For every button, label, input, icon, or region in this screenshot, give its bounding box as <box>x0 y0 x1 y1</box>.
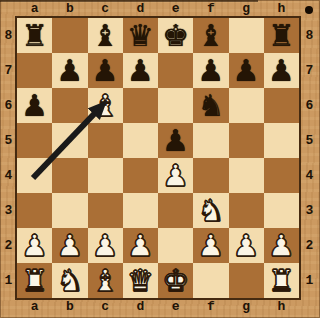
rank-label-8: 8 <box>0 18 17 53</box>
square-d3[interactable] <box>123 193 158 228</box>
square-b1[interactable]: ♞ <box>52 263 87 298</box>
file-label-d: d <box>123 299 158 315</box>
square-b6[interactable] <box>52 88 87 123</box>
square-g2[interactable]: ♟ <box>229 228 264 263</box>
white-pawn-d2[interactable]: ♟ <box>127 228 154 263</box>
square-g3[interactable] <box>229 193 264 228</box>
square-h2[interactable]: ♟ <box>264 228 299 263</box>
square-c6[interactable]: ♝ <box>88 88 123 123</box>
file-label-c: c <box>88 1 123 17</box>
white-queen-d1[interactable]: ♛ <box>127 263 154 298</box>
white-knight-b1[interactable]: ♞ <box>56 263 83 298</box>
white-pawn-c2[interactable]: ♟ <box>92 228 119 263</box>
white-pawn-h2[interactable]: ♟ <box>268 228 295 263</box>
black-pawn-f7[interactable]: ♟ <box>197 53 224 88</box>
black-pawn-e5[interactable]: ♟ <box>162 123 189 158</box>
white-rook-h1[interactable]: ♜ <box>268 263 295 298</box>
file-label-e: e <box>158 1 193 17</box>
black-bishop-f8[interactable]: ♝ <box>197 18 224 53</box>
rank-labels-left: 87654321 <box>0 18 17 298</box>
square-g7[interactable]: ♟ <box>229 53 264 88</box>
square-e1[interactable]: ♚ <box>158 263 193 298</box>
rank-label-4: 4 <box>301 158 318 193</box>
square-d7[interactable]: ♟ <box>123 53 158 88</box>
white-king-e1[interactable]: ♚ <box>162 263 189 298</box>
black-pawn-g7[interactable]: ♟ <box>233 53 260 88</box>
square-a2[interactable]: ♟ <box>17 228 52 263</box>
square-b2[interactable]: ♟ <box>52 228 87 263</box>
black-pawn-h7[interactable]: ♟ <box>268 53 295 88</box>
square-e8[interactable]: ♚ <box>158 18 193 53</box>
square-d2[interactable]: ♟ <box>123 228 158 263</box>
rank-label-6: 6 <box>0 88 17 123</box>
file-label-f: f <box>193 299 228 315</box>
file-label-a: a <box>17 299 52 315</box>
rank-label-2: 2 <box>0 228 17 263</box>
square-h4[interactable] <box>264 158 299 193</box>
square-b8[interactable] <box>52 18 87 53</box>
square-g8[interactable] <box>229 18 264 53</box>
square-d8[interactable]: ♛ <box>123 18 158 53</box>
square-f4[interactable] <box>193 158 228 193</box>
square-a1[interactable]: ♜ <box>17 263 52 298</box>
square-c8[interactable]: ♝ <box>88 18 123 53</box>
white-pawn-b2[interactable]: ♟ <box>56 228 83 263</box>
black-pawn-c7[interactable]: ♟ <box>92 53 119 88</box>
square-b5[interactable] <box>52 123 87 158</box>
square-c1[interactable]: ♝ <box>88 263 123 298</box>
square-b7[interactable]: ♟ <box>52 53 87 88</box>
white-rook-a1[interactable]: ♜ <box>21 263 48 298</box>
white-bishop-c6[interactable]: ♝ <box>92 88 119 123</box>
rank-label-8: 8 <box>301 18 318 53</box>
white-bishop-c1[interactable]: ♝ <box>92 263 119 298</box>
square-f1[interactable] <box>193 263 228 298</box>
square-e4[interactable]: ♟ <box>158 158 193 193</box>
black-rook-h8[interactable]: ♜ <box>268 18 295 53</box>
file-label-c: c <box>88 299 123 315</box>
rank-label-7: 7 <box>0 53 17 88</box>
square-c2[interactable]: ♟ <box>88 228 123 263</box>
square-h1[interactable]: ♜ <box>264 263 299 298</box>
white-pawn-g2[interactable]: ♟ <box>233 228 260 263</box>
file-label-d: d <box>123 1 158 17</box>
square-c3[interactable] <box>88 193 123 228</box>
square-g1[interactable] <box>229 263 264 298</box>
square-g5[interactable] <box>229 123 264 158</box>
rank-label-6: 6 <box>301 88 318 123</box>
rank-label-7: 7 <box>301 53 318 88</box>
square-a7[interactable] <box>17 53 52 88</box>
square-d4[interactable] <box>123 158 158 193</box>
square-f8[interactable]: ♝ <box>193 18 228 53</box>
square-f6[interactable]: ♞ <box>193 88 228 123</box>
rank-label-5: 5 <box>0 123 17 158</box>
black-pawn-d7[interactable]: ♟ <box>127 53 154 88</box>
black-king-e8[interactable]: ♚ <box>162 18 189 53</box>
board: ♜♝♛♚♝♜♟♟♟♟♟♟♟♝♞♟♟♞♟♟♟♟♟♟♟♜♞♝♛♚♜ <box>17 18 299 298</box>
file-label-g: g <box>229 1 264 17</box>
square-a3[interactable] <box>17 193 52 228</box>
square-d5[interactable] <box>123 123 158 158</box>
file-label-h: h <box>264 1 299 17</box>
black-knight-f6[interactable]: ♞ <box>197 88 224 123</box>
rank-label-1: 1 <box>301 263 318 298</box>
rank-label-5: 5 <box>301 123 318 158</box>
black-rook-a8[interactable]: ♜ <box>21 18 48 53</box>
square-f7[interactable]: ♟ <box>193 53 228 88</box>
square-f5[interactable] <box>193 123 228 158</box>
square-b4[interactable] <box>52 158 87 193</box>
square-e6[interactable] <box>158 88 193 123</box>
square-g6[interactable] <box>229 88 264 123</box>
chess-diagram: abcdefgh 87654321 87654321 ♜♝♛♚♝♜♟♟♟♟♟♟♟… <box>0 0 320 318</box>
square-f2[interactable]: ♟ <box>193 228 228 263</box>
black-queen-d8[interactable]: ♛ <box>127 18 154 53</box>
square-a8[interactable]: ♜ <box>17 18 52 53</box>
rank-label-1: 1 <box>0 263 17 298</box>
file-label-e: e <box>158 299 193 315</box>
square-e7[interactable] <box>158 53 193 88</box>
rank-label-3: 3 <box>0 193 17 228</box>
square-e2[interactable] <box>158 228 193 263</box>
file-label-f: f <box>193 1 228 17</box>
rank-label-4: 4 <box>0 158 17 193</box>
file-labels-bottom: abcdefgh <box>17 299 299 315</box>
square-h3[interactable] <box>264 193 299 228</box>
black-bishop-c8[interactable]: ♝ <box>92 18 119 53</box>
square-h5[interactable] <box>264 123 299 158</box>
square-h8[interactable]: ♜ <box>264 18 299 53</box>
file-labels-top: abcdefgh <box>17 1 299 17</box>
black-pawn-b7[interactable]: ♟ <box>56 53 83 88</box>
black-to-move-indicator-dot <box>305 6 313 14</box>
file-label-g: g <box>229 299 264 315</box>
white-pawn-f2[interactable]: ♟ <box>197 228 224 263</box>
rank-labels-right: 87654321 <box>301 18 318 298</box>
white-pawn-a2[interactable]: ♟ <box>21 228 48 263</box>
square-h6[interactable] <box>264 88 299 123</box>
square-a6[interactable]: ♟ <box>17 88 52 123</box>
square-c4[interactable] <box>88 158 123 193</box>
file-label-b: b <box>52 299 87 315</box>
square-b3[interactable] <box>52 193 87 228</box>
file-label-a: a <box>17 1 52 17</box>
square-c5[interactable] <box>88 123 123 158</box>
square-e3[interactable] <box>158 193 193 228</box>
square-d6[interactable] <box>123 88 158 123</box>
square-f3[interactable]: ♞ <box>193 193 228 228</box>
rank-label-3: 3 <box>301 193 318 228</box>
file-label-h: h <box>264 299 299 315</box>
square-h7[interactable]: ♟ <box>264 53 299 88</box>
white-knight-f3[interactable]: ♞ <box>197 193 224 228</box>
square-g4[interactable] <box>229 158 264 193</box>
square-d1[interactable]: ♛ <box>123 263 158 298</box>
file-label-b: b <box>52 1 87 17</box>
square-a4[interactable] <box>17 158 52 193</box>
rank-label-2: 2 <box>301 228 318 263</box>
black-pawn-a6[interactable]: ♟ <box>21 88 48 123</box>
square-e5[interactable]: ♟ <box>158 123 193 158</box>
square-a5[interactable] <box>17 123 52 158</box>
square-c7[interactable]: ♟ <box>88 53 123 88</box>
white-pawn-e4[interactable]: ♟ <box>162 158 189 193</box>
